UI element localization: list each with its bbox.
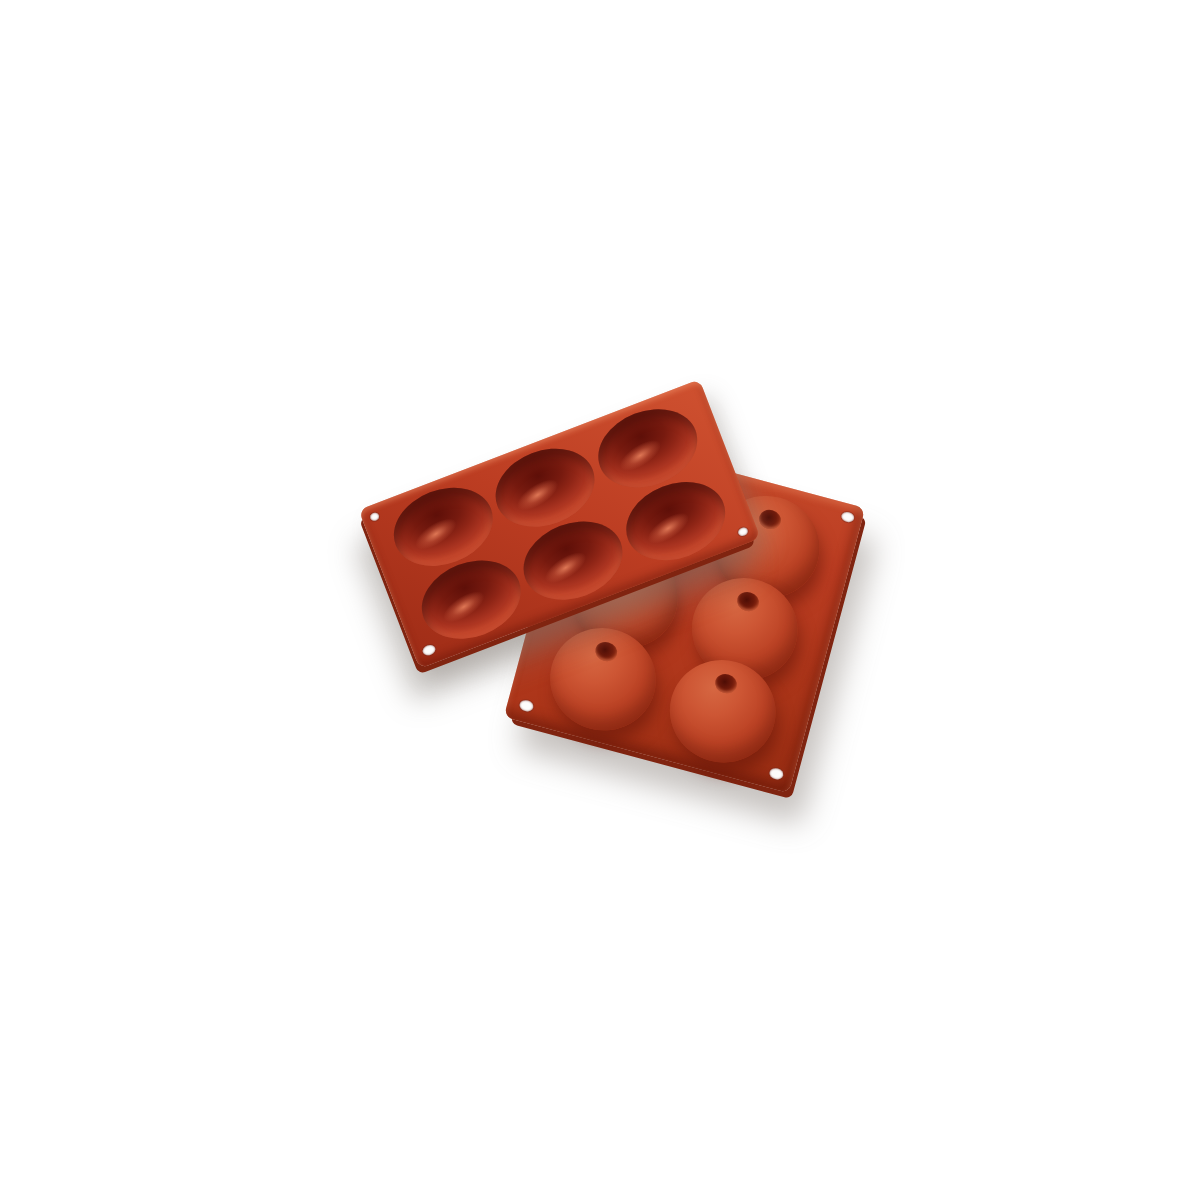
dome-4-dimple (735, 590, 761, 614)
corner-hole (737, 526, 749, 537)
corner-hole (840, 510, 855, 523)
cavity-5-highlight (541, 547, 591, 589)
corner-hole (421, 643, 437, 657)
cavity-6-highlight (643, 507, 693, 549)
dome-2-dimple (757, 508, 783, 532)
cavity-1-highlight (411, 513, 461, 555)
dome-6-dimple (713, 672, 739, 696)
cavity-2-highlight (513, 474, 563, 516)
cavity-4-highlight (439, 586, 489, 628)
corner-hole (768, 767, 784, 781)
corner-hole (518, 699, 534, 713)
corner-hole (369, 511, 380, 522)
product-photo-scene (0, 0, 1200, 1200)
dome-5-dimple (593, 640, 619, 664)
cavity-3-highlight (616, 434, 666, 476)
